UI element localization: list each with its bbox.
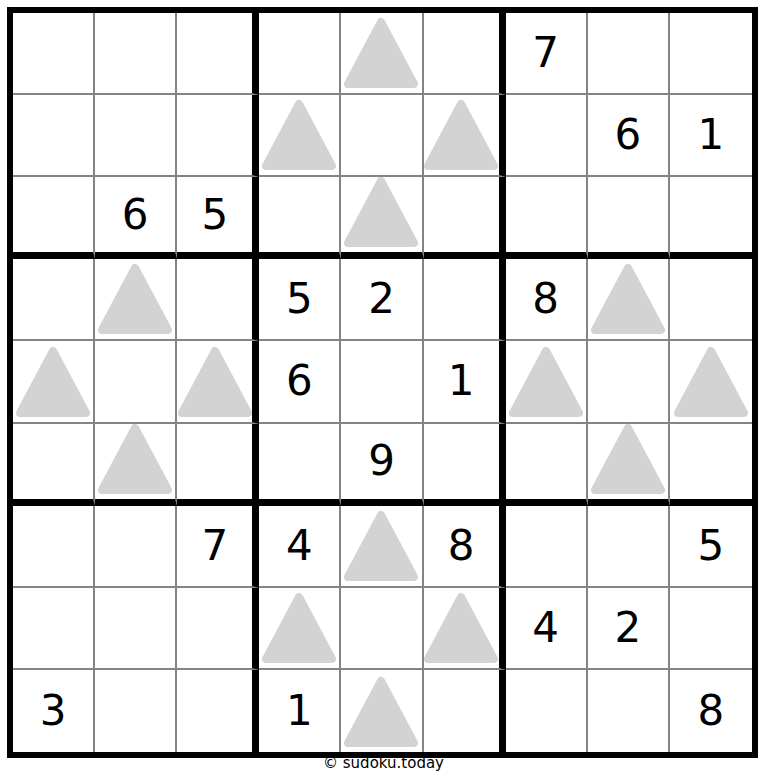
credit-text: © sudoku.today: [0, 754, 767, 772]
cell-r5c1[interactable]: [13, 341, 95, 423]
cell-r2c3[interactable]: [177, 95, 259, 177]
cell-r4c2[interactable]: [95, 259, 177, 341]
triangle-mark-icon: [343, 676, 419, 748]
cell-r7c7[interactable]: [506, 506, 588, 588]
cell-r1c6[interactable]: [424, 13, 506, 95]
cell-r9c2[interactable]: [95, 670, 177, 752]
cell-r7c2[interactable]: [95, 506, 177, 588]
cell-r3c3[interactable]: 5: [177, 177, 259, 259]
cell-r8c5[interactable]: [341, 588, 423, 670]
cell-r9c7[interactable]: [506, 670, 588, 752]
given-digit: 1: [448, 360, 475, 402]
given-digit: 6: [122, 194, 149, 236]
given-digit: 7: [201, 525, 228, 567]
cell-r3c7[interactable]: [506, 177, 588, 259]
given-digit: 2: [614, 607, 641, 649]
cell-r9c6[interactable]: [424, 670, 506, 752]
cell-r5c8[interactable]: [588, 341, 670, 423]
triangle-mark-icon: [673, 346, 749, 418]
triangle-mark-icon: [343, 17, 419, 89]
cell-r7c3[interactable]: 7: [177, 506, 259, 588]
triangle-mark-icon: [508, 346, 584, 418]
cell-r7c1[interactable]: [13, 506, 95, 588]
cell-r8c2[interactable]: [95, 588, 177, 670]
triangle-mark-icon: [177, 346, 253, 418]
given-digit: 6: [614, 114, 641, 156]
triangle-mark-icon: [261, 592, 337, 664]
triangle-mark-icon: [343, 176, 419, 248]
triangle-mark-icon: [590, 263, 666, 335]
given-digit: 5: [286, 278, 313, 320]
given-digit: 8: [532, 278, 559, 320]
cell-r6c8[interactable]: [588, 424, 670, 506]
cell-r5c3[interactable]: [177, 341, 259, 423]
cell-r6c7[interactable]: [506, 424, 588, 506]
cell-r7c9[interactable]: 5: [670, 506, 752, 588]
triangle-mark-icon: [97, 423, 173, 495]
cell-r3c4[interactable]: [259, 177, 341, 259]
cell-r4c3[interactable]: [177, 259, 259, 341]
cell-r9c5[interactable]: [341, 670, 423, 752]
cell-r9c3[interactable]: [177, 670, 259, 752]
cell-r3c2[interactable]: 6: [95, 177, 177, 259]
cell-r1c2[interactable]: [95, 13, 177, 95]
cell-r2c6[interactable]: [424, 95, 506, 177]
cell-r1c1[interactable]: [13, 13, 95, 95]
cell-r7c8[interactable]: [588, 506, 670, 588]
cell-r7c4[interactable]: 4: [259, 506, 341, 588]
triangle-mark-icon: [97, 263, 173, 335]
cell-r5c7[interactable]: [506, 341, 588, 423]
cell-r1c9[interactable]: [670, 13, 752, 95]
cell-r8c9[interactable]: [670, 588, 752, 670]
cell-r9c1[interactable]: 3: [13, 670, 95, 752]
cell-r7c6[interactable]: 8: [424, 506, 506, 588]
cell-r6c3[interactable]: [177, 424, 259, 506]
given-digit: 7: [532, 32, 559, 74]
cell-r2c2[interactable]: [95, 95, 177, 177]
cell-r8c1[interactable]: [13, 588, 95, 670]
triangle-mark-icon: [15, 346, 91, 418]
cell-r8c4[interactable]: [259, 588, 341, 670]
cell-r3c5[interactable]: [341, 177, 423, 259]
given-digit: 1: [698, 114, 725, 156]
cell-r2c4[interactable]: [259, 95, 341, 177]
cell-r5c6[interactable]: 1: [424, 341, 506, 423]
triangle-mark-icon: [261, 99, 337, 171]
cell-r1c8[interactable]: [588, 13, 670, 95]
cell-r8c7[interactable]: 4: [506, 588, 588, 670]
cell-r8c6[interactable]: [424, 588, 506, 670]
cell-r2c9[interactable]: 1: [670, 95, 752, 177]
given-digit: 3: [40, 690, 67, 732]
cell-r6c5[interactable]: 9: [341, 424, 423, 506]
cell-r8c8[interactable]: 2: [588, 588, 670, 670]
cell-r5c5[interactable]: [341, 341, 423, 423]
triangle-mark-icon: [343, 510, 419, 582]
cell-r5c2[interactable]: [95, 341, 177, 423]
cell-r2c8[interactable]: 6: [588, 95, 670, 177]
cell-r4c6[interactable]: [424, 259, 506, 341]
cell-r9c9[interactable]: 8: [670, 670, 752, 752]
cell-r4c5[interactable]: 2: [341, 259, 423, 341]
cell-r1c4[interactable]: [259, 13, 341, 95]
triangle-mark-icon: [423, 99, 499, 171]
cell-r2c5[interactable]: [341, 95, 423, 177]
given-digit: 4: [532, 607, 559, 649]
cell-r3c6[interactable]: [424, 177, 506, 259]
cell-r8c3[interactable]: [177, 588, 259, 670]
cell-r5c4[interactable]: 6: [259, 341, 341, 423]
cell-r4c4[interactable]: 5: [259, 259, 341, 341]
cell-r6c9[interactable]: [670, 424, 752, 506]
triangle-mark-icon: [590, 423, 666, 495]
cell-r1c3[interactable]: [177, 13, 259, 95]
cell-r3c9[interactable]: [670, 177, 752, 259]
given-digit: 5: [698, 525, 725, 567]
cell-r2c1[interactable]: [13, 95, 95, 177]
cell-r4c9[interactable]: [670, 259, 752, 341]
cell-r6c2[interactable]: [95, 424, 177, 506]
given-digit: 5: [201, 194, 228, 236]
given-digit: 8: [448, 525, 475, 567]
given-digit: 8: [698, 690, 725, 732]
sudoku-page: 76165528619748542318 © sudoku.today: [0, 0, 767, 777]
cell-r1c7[interactable]: 7: [506, 13, 588, 95]
cell-r4c8[interactable]: [588, 259, 670, 341]
cell-r4c7[interactable]: 8: [506, 259, 588, 341]
cell-r3c8[interactable]: [588, 177, 670, 259]
cell-r6c4[interactable]: [259, 424, 341, 506]
cell-r6c6[interactable]: [424, 424, 506, 506]
cell-r4c1[interactable]: [13, 259, 95, 341]
cell-r1c5[interactable]: [341, 13, 423, 95]
sudoku-board: 76165528619748542318: [7, 7, 758, 758]
given-digit: 4: [286, 525, 313, 567]
cell-r5c9[interactable]: [670, 341, 752, 423]
cell-r6c1[interactable]: [13, 424, 95, 506]
cell-r3c1[interactable]: [13, 177, 95, 259]
cell-r2c7[interactable]: [506, 95, 588, 177]
given-digit: 6: [286, 360, 313, 402]
cell-r9c8[interactable]: [588, 670, 670, 752]
cell-r7c5[interactable]: [341, 506, 423, 588]
given-digit: 2: [368, 278, 395, 320]
cell-r9c4[interactable]: 1: [259, 670, 341, 752]
given-digit: 9: [368, 440, 395, 482]
given-digit: 1: [286, 690, 313, 732]
triangle-mark-icon: [423, 592, 499, 664]
